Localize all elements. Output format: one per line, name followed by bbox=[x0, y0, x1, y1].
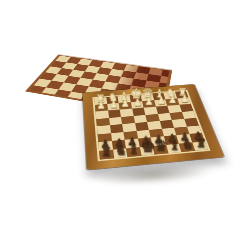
open-chess-board: ♜♞♝♚♛♝♞♜♟♟♟♟♟♟♟♟♟♟♟♟♟♟♟♟♜♞♝♚♛♝♞♜ bbox=[83, 84, 224, 169]
piece-white-pawn: ♟ bbox=[145, 97, 154, 107]
square bbox=[181, 111, 196, 119]
square: ♟ bbox=[165, 98, 179, 106]
square: ♟ bbox=[142, 100, 155, 108]
square bbox=[172, 119, 187, 128]
piece-black-knight: ♞ bbox=[182, 138, 194, 151]
product-photo: ♜♞♝♚♛♝♞♜♟♟♟♟♟♟♟♟♟♟♟♟♟♟♟♟♜♞♝♚♛♝♞♜ bbox=[0, 0, 250, 250]
square: ♜ bbox=[99, 149, 114, 159]
square: ♟ bbox=[130, 101, 143, 109]
piece-black-bishop: ♝ bbox=[169, 139, 181, 152]
square: ♟ bbox=[107, 103, 120, 111]
piece-white-pawn: ♟ bbox=[169, 95, 178, 105]
square bbox=[96, 111, 109, 119]
chess-squares-grid: ♜♞♝♚♛♝♞♜♟♟♟♟♟♟♟♟♟♟♟♟♟♟♟♟♜♞♝♚♛♝♞♜ bbox=[92, 90, 210, 161]
square: ♝ bbox=[166, 143, 182, 153]
square: ♟ bbox=[177, 97, 191, 105]
square bbox=[110, 124, 124, 133]
square: ♞ bbox=[179, 142, 195, 152]
piece-black-bishop: ♝ bbox=[128, 143, 140, 156]
piece-black-king: ♚ bbox=[141, 139, 155, 155]
piece-black-rook: ♜ bbox=[101, 146, 112, 158]
piece-white-pawn: ♟ bbox=[97, 101, 106, 111]
square: ♞ bbox=[113, 148, 128, 158]
square bbox=[184, 118, 199, 127]
square bbox=[179, 104, 193, 112]
square bbox=[122, 123, 136, 132]
square: ♜ bbox=[192, 141, 208, 151]
piece-white-pawn: ♟ bbox=[109, 100, 118, 110]
piece-white-pawn: ♟ bbox=[180, 94, 189, 103]
square: ♟ bbox=[154, 99, 168, 107]
piece-black-knight: ♞ bbox=[115, 144, 127, 157]
square: ♝ bbox=[126, 147, 141, 157]
piece-white-pawn: ♟ bbox=[121, 99, 130, 109]
piece-black-rook: ♜ bbox=[196, 138, 207, 150]
piece-white-pawn: ♟ bbox=[133, 98, 142, 108]
square: ♚ bbox=[139, 146, 154, 156]
piece-black-queen: ♛ bbox=[155, 139, 168, 154]
piece-white-pawn: ♟ bbox=[157, 96, 166, 106]
